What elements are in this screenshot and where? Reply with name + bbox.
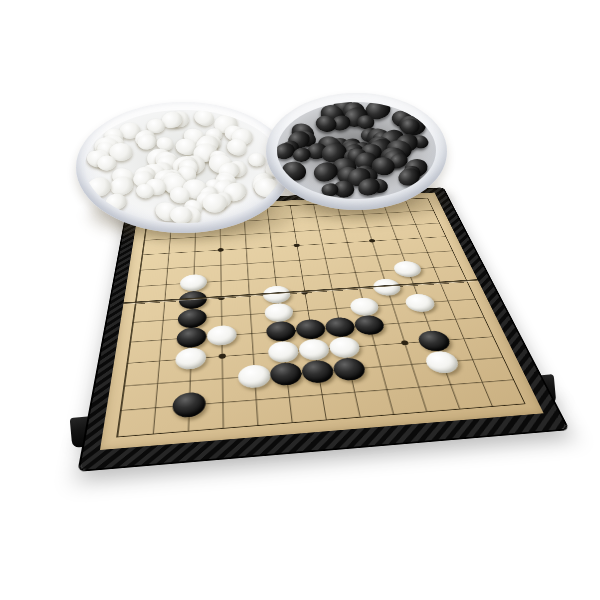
go-stone-white [264,302,294,322]
bowl-stone-black [280,160,306,182]
go-stone-white [328,336,362,359]
go-stone-black [177,308,206,329]
star-point [400,340,408,345]
bowl-stone-white [171,207,193,223]
go-stone-black [324,317,357,338]
white-stone-bowl [76,102,291,233]
white-stone-heap [85,110,282,223]
go-stone-black [172,392,206,419]
product-photo-scene [0,0,600,600]
go-stone-black [301,359,336,383]
bowl-stone-black [400,119,419,134]
go-stone-black [176,327,207,349]
go-stone-white [179,274,207,292]
star-point [294,244,300,248]
bowl-stone-white [104,192,128,213]
star-point [368,239,375,243]
go-stone-white [268,340,301,363]
bowl-stone-white [202,193,227,213]
go-stone-white [238,364,271,389]
go-stone-black [266,321,297,342]
go-stone-white [348,297,380,317]
go-stone-white [298,338,331,361]
black-stone-bowl [266,93,447,210]
go-stone-white [423,350,461,374]
bowl-stone-white [97,154,117,170]
go-stone-black [332,357,368,381]
bowl-stone-white [192,110,215,128]
go-stone-black [295,319,327,340]
star-point [217,248,223,252]
bowl-stone-white [254,178,279,198]
bowl-stone-white [248,153,266,168]
go-stone-white [174,347,206,370]
star-point [218,353,225,358]
go-stone-white [207,325,237,347]
black-stone-heap [277,102,436,199]
go-stone-black [416,330,453,352]
go-stone-black [353,315,387,336]
go-stone-white [403,293,437,312]
go-stone-black [269,361,303,386]
go-stone-white [392,261,423,278]
bowl-stone-white [136,133,157,150]
bowl-stone-white [85,175,113,199]
